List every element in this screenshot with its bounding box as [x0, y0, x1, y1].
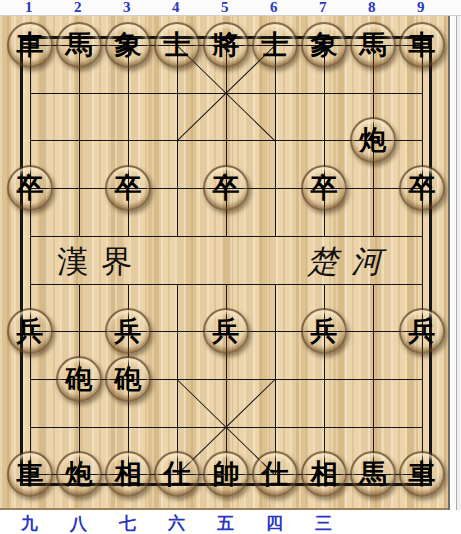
- grid-line-vertical: [30, 45, 31, 474]
- piece-character: 兵: [213, 318, 240, 345]
- file-number-label: 7: [319, 0, 327, 16]
- piece-black-chariot[interactable]: 車: [7, 22, 53, 68]
- piece-red-chariot[interactable]: 車: [399, 451, 445, 497]
- piece-character: 仕: [262, 461, 289, 488]
- file-number-label: 七: [119, 512, 136, 534]
- piece-character: 仕: [164, 461, 191, 488]
- piece-black-advisor[interactable]: 士: [154, 22, 200, 68]
- piece-character: 兵: [115, 318, 142, 345]
- piece-character: 車: [17, 461, 44, 488]
- piece-black-general[interactable]: 將: [203, 22, 249, 68]
- piece-black-cannon[interactable]: 炮: [350, 117, 396, 163]
- piece-red-elephant[interactable]: 相: [301, 451, 347, 497]
- piece-character: 砲: [115, 366, 142, 393]
- piece-black-elephant[interactable]: 象: [301, 22, 347, 68]
- file-number-label: 9: [417, 0, 425, 16]
- piece-character: 相: [311, 461, 338, 488]
- piece-character: 車: [409, 32, 436, 59]
- piece-red-soldier[interactable]: 兵: [399, 308, 445, 354]
- piece-character: 卒: [115, 175, 142, 202]
- piece-black-horse[interactable]: 馬: [56, 22, 102, 68]
- piece-black-elephant[interactable]: 象: [105, 22, 151, 68]
- file-number-label: 2: [74, 0, 82, 16]
- file-number-label: 4: [172, 0, 180, 16]
- piece-red-advisor[interactable]: 仕: [252, 451, 298, 497]
- piece-black-soldier[interactable]: 卒: [203, 165, 249, 211]
- piece-red-chariot[interactable]: 車: [7, 451, 53, 497]
- file-number-label: 八: [70, 512, 87, 534]
- piece-character: 炮: [360, 127, 387, 154]
- piece-character: 帥: [213, 461, 240, 488]
- file-number-label: 五: [217, 512, 234, 534]
- piece-black-soldier[interactable]: 卒: [7, 165, 53, 211]
- river-label-hanjie: 漢界: [57, 244, 145, 280]
- piece-character: 象: [115, 32, 142, 59]
- grid-line-vertical: [373, 284, 374, 475]
- window-right-edge: [448, 16, 461, 534]
- piece-red-horse[interactable]: 馬: [350, 451, 396, 497]
- file-number-label: 5: [221, 0, 229, 16]
- river-label-chuhe: 楚河: [307, 244, 395, 280]
- piece-black-horse[interactable]: 馬: [350, 22, 396, 68]
- piece-character: 兵: [409, 318, 436, 345]
- piece-character: 兵: [311, 318, 338, 345]
- piece-red-cannon[interactable]: 砲: [56, 356, 102, 402]
- file-number-label: 1: [25, 0, 33, 16]
- file-number-label: 三: [315, 512, 332, 534]
- piece-character: 象: [311, 32, 338, 59]
- top-coordinate-strip: 123456789: [0, 0, 461, 16]
- piece-black-chariot[interactable]: 車: [399, 22, 445, 68]
- piece-black-cannon[interactable]: 炮: [56, 451, 102, 497]
- file-number-label: 8: [368, 0, 376, 16]
- piece-character: 卒: [213, 175, 240, 202]
- xiangqi-app-window: 漢界 楚河 車馬象士將士象馬車炮卒卒卒卒卒兵兵兵兵兵砲砲車炮相仕帥仕相馬車 12…: [0, 0, 461, 534]
- piece-character: 炮: [66, 461, 93, 488]
- grid-line-vertical: [79, 45, 80, 236]
- bottom-coordinate-strip: 九八七六五四三: [0, 510, 461, 534]
- piece-character: 馬: [66, 32, 93, 59]
- piece-red-cannon[interactable]: 砲: [105, 356, 151, 402]
- piece-character: 士: [262, 32, 289, 59]
- piece-red-soldier[interactable]: 兵: [203, 308, 249, 354]
- piece-red-soldier[interactable]: 兵: [105, 308, 151, 354]
- piece-red-advisor[interactable]: 仕: [154, 451, 200, 497]
- grid-line-vertical: [422, 45, 423, 474]
- file-number-label: 六: [168, 512, 185, 534]
- piece-character: 士: [164, 32, 191, 59]
- piece-red-soldier[interactable]: 兵: [7, 308, 53, 354]
- piece-character: 馬: [360, 461, 387, 488]
- piece-character: 將: [213, 32, 240, 59]
- piece-red-general[interactable]: 帥: [203, 451, 249, 497]
- piece-character: 相: [115, 461, 142, 488]
- piece-character: 砲: [66, 366, 93, 393]
- piece-character: 卒: [311, 175, 338, 202]
- piece-red-soldier[interactable]: 兵: [301, 308, 347, 354]
- piece-red-elephant[interactable]: 相: [105, 451, 151, 497]
- file-number-label: 四: [266, 512, 283, 534]
- piece-black-soldier[interactable]: 卒: [105, 165, 151, 211]
- file-number-label: 3: [123, 0, 131, 16]
- piece-character: 馬: [360, 32, 387, 59]
- piece-character: 卒: [409, 175, 436, 202]
- piece-black-advisor[interactable]: 士: [252, 22, 298, 68]
- piece-character: 卒: [17, 175, 44, 202]
- piece-black-soldier[interactable]: 卒: [301, 165, 347, 211]
- piece-character: 車: [409, 461, 436, 488]
- grid-line-horizontal: [30, 236, 422, 237]
- piece-black-soldier[interactable]: 卒: [399, 165, 445, 211]
- file-number-label: 6: [270, 0, 278, 16]
- piece-character: 兵: [17, 318, 44, 345]
- piece-character: 車: [17, 32, 44, 59]
- file-number-label: 九: [21, 512, 38, 534]
